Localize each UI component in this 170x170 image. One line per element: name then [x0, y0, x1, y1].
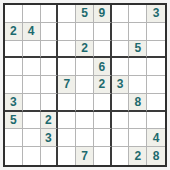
- cell-r5c1[interactable]: [5, 76, 23, 94]
- cell-r7c3[interactable]: 2: [41, 112, 59, 130]
- cell-r5c9[interactable]: [147, 76, 165, 94]
- cell-r5c4[interactable]: 7: [58, 76, 76, 94]
- cell-r9c9[interactable]: 8: [147, 147, 165, 165]
- cell-r2c8[interactable]: [129, 23, 147, 41]
- cell-r4c7[interactable]: [112, 58, 130, 76]
- cell-r4c2[interactable]: [23, 58, 41, 76]
- cell-r3c1[interactable]: [5, 41, 23, 59]
- cell-r3c2[interactable]: [23, 41, 41, 59]
- cell-r1c8[interactable]: [129, 5, 147, 23]
- cell-r9c6[interactable]: [94, 147, 112, 165]
- cell-r4c1[interactable]: [5, 58, 23, 76]
- sudoku-page: 59324256723385234728: [0, 0, 170, 170]
- cell-r1c4[interactable]: [58, 5, 76, 23]
- cell-r4c9[interactable]: [147, 58, 165, 76]
- cell-r1c6[interactable]: 9: [94, 5, 112, 23]
- cell-r5c2[interactable]: [23, 76, 41, 94]
- cell-r2c6[interactable]: [94, 23, 112, 41]
- cell-r8c2[interactable]: [23, 129, 41, 147]
- cell-r3c7[interactable]: [112, 41, 130, 59]
- cell-r2c4[interactable]: [58, 23, 76, 41]
- cell-r3c9[interactable]: [147, 41, 165, 59]
- cell-r6c6[interactable]: [94, 94, 112, 112]
- cell-r4c6[interactable]: 6: [94, 58, 112, 76]
- cell-r8c4[interactable]: [58, 129, 76, 147]
- cell-r2c7[interactable]: [112, 23, 130, 41]
- cell-r6c9[interactable]: [147, 94, 165, 112]
- cell-r9c7[interactable]: [112, 147, 130, 165]
- cell-r2c9[interactable]: [147, 23, 165, 41]
- cell-r2c3[interactable]: [41, 23, 59, 41]
- cell-r6c7[interactable]: [112, 94, 130, 112]
- cell-r7c8[interactable]: [129, 112, 147, 130]
- cell-r7c1[interactable]: 5: [5, 112, 23, 130]
- cell-r6c1[interactable]: 3: [5, 94, 23, 112]
- cell-r7c2[interactable]: [23, 112, 41, 130]
- cell-r9c2[interactable]: [23, 147, 41, 165]
- cell-r1c3[interactable]: [41, 5, 59, 23]
- cell-r3c5[interactable]: 2: [76, 41, 94, 59]
- cell-r9c5[interactable]: 7: [76, 147, 94, 165]
- cell-r3c4[interactable]: [58, 41, 76, 59]
- cell-r6c3[interactable]: [41, 94, 59, 112]
- cell-r3c8[interactable]: 5: [129, 41, 147, 59]
- cell-r7c9[interactable]: [147, 112, 165, 130]
- cell-r8c6[interactable]: [94, 129, 112, 147]
- cell-r5c6[interactable]: 2: [94, 76, 112, 94]
- cell-r7c5[interactable]: [76, 112, 94, 130]
- cell-r1c1[interactable]: [5, 5, 23, 23]
- cell-r5c8[interactable]: [129, 76, 147, 94]
- cell-r4c3[interactable]: [41, 58, 59, 76]
- cell-r9c1[interactable]: [5, 147, 23, 165]
- cell-r3c6[interactable]: [94, 41, 112, 59]
- cell-r1c5[interactable]: 5: [76, 5, 94, 23]
- cell-r5c3[interactable]: [41, 76, 59, 94]
- cell-r6c4[interactable]: [58, 94, 76, 112]
- cell-r8c5[interactable]: [76, 129, 94, 147]
- cell-r2c1[interactable]: 2: [5, 23, 23, 41]
- cell-r4c4[interactable]: [58, 58, 76, 76]
- cell-r7c4[interactable]: [58, 112, 76, 130]
- sudoku-board: 59324256723385234728: [3, 3, 167, 167]
- cell-r8c1[interactable]: [5, 129, 23, 147]
- cell-r2c2[interactable]: 4: [23, 23, 41, 41]
- cell-r8c7[interactable]: [112, 129, 130, 147]
- cell-r9c4[interactable]: [58, 147, 76, 165]
- cell-r5c5[interactable]: [76, 76, 94, 94]
- cell-r1c9[interactable]: 3: [147, 5, 165, 23]
- cell-r5c7[interactable]: 3: [112, 76, 130, 94]
- cell-r9c3[interactable]: [41, 147, 59, 165]
- cell-r7c7[interactable]: [112, 112, 130, 130]
- cell-r8c9[interactable]: 4: [147, 129, 165, 147]
- cell-r4c5[interactable]: [76, 58, 94, 76]
- cell-r2c5[interactable]: [76, 23, 94, 41]
- cell-r8c8[interactable]: [129, 129, 147, 147]
- cell-r6c2[interactable]: [23, 94, 41, 112]
- cell-r9c8[interactable]: 2: [129, 147, 147, 165]
- cell-r4c8[interactable]: [129, 58, 147, 76]
- cell-r7c6[interactable]: [94, 112, 112, 130]
- cell-r6c8[interactable]: 8: [129, 94, 147, 112]
- cell-r8c3[interactable]: 3: [41, 129, 59, 147]
- cell-r6c5[interactable]: [76, 94, 94, 112]
- cell-r1c2[interactable]: [23, 5, 41, 23]
- cell-r1c7[interactable]: [112, 5, 130, 23]
- cell-r3c3[interactable]: [41, 41, 59, 59]
